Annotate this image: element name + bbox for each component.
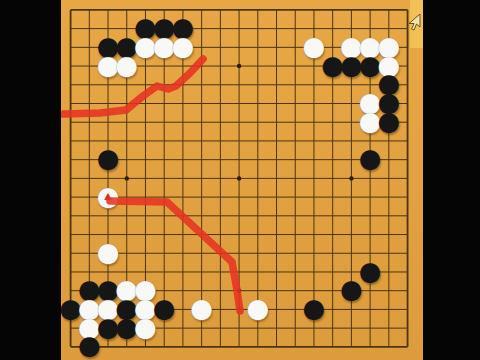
black-stone: ● [361, 150, 380, 169]
white-stone: ● [174, 38, 193, 57]
white-stone: ● [99, 244, 118, 263]
black-stone: ● [99, 150, 118, 169]
black-stone: ● [155, 300, 174, 319]
black-stone: ● [305, 300, 324, 319]
black-stone: ● [342, 281, 361, 300]
black-stone: ● [379, 113, 398, 132]
white-stone: ● [136, 319, 155, 338]
black-stone: ● [361, 263, 380, 282]
white-stone: ●▲ [99, 188, 118, 207]
letterbox-right [423, 0, 480, 360]
black-stone: ● [80, 337, 99, 356]
white-stone: ● [248, 300, 267, 319]
white-stone: ● [192, 300, 211, 319]
video-frame: ●●●●●●●●●●●●●●●●●●●●●●●●●●▲●●●●●●●●●●●●●… [0, 0, 480, 360]
letterbox-left [0, 0, 61, 360]
last-move-marker: ▲ [105, 192, 112, 201]
stone-layer: ●●●●●●●●●●●●●●●●●●●●●●●●●●▲●●●●●●●●●●●●●… [61, 1, 417, 357]
goban[interactable]: ●●●●●●●●●●●●●●●●●●●●●●●●●●▲●●●●●●●●●●●●●… [61, 0, 423, 360]
white-stone: ● [117, 57, 136, 76]
